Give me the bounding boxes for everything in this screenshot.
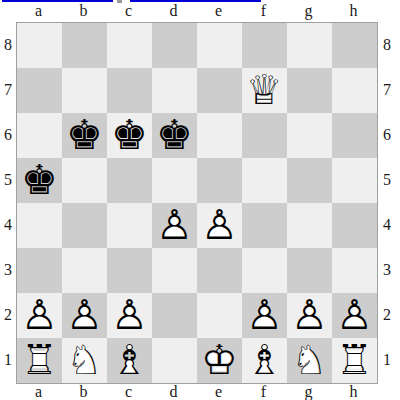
square-c8[interactable] xyxy=(107,23,152,68)
file-label-e: e xyxy=(196,2,241,20)
square-d6[interactable]: ♚ xyxy=(152,113,197,158)
white-pawn-icon: ♙ xyxy=(107,293,152,338)
square-f1[interactable]: ♝♗ xyxy=(242,338,287,383)
square-f8[interactable] xyxy=(242,23,287,68)
square-e8[interactable] xyxy=(197,23,242,68)
white-pawn-icon: ♙ xyxy=(242,293,287,338)
square-d1[interactable] xyxy=(152,338,197,383)
square-h1[interactable]: ♜♖ xyxy=(332,338,377,383)
square-a1[interactable]: ♜♖ xyxy=(17,338,62,383)
file-label-a: a xyxy=(16,2,61,20)
white-knight-icon: ♘ xyxy=(62,338,107,383)
square-c1[interactable]: ♝♗ xyxy=(107,338,152,383)
file-label-d: d xyxy=(151,383,196,400)
white-pawn-icon: ♙ xyxy=(197,203,242,248)
square-f4[interactable] xyxy=(242,203,287,248)
square-b3[interactable] xyxy=(62,248,107,293)
rank-label-2: 2 xyxy=(380,292,394,337)
file-label-a: a xyxy=(16,383,61,400)
rank-label-5: 5 xyxy=(1,157,15,202)
piece-black-king-d6[interactable]: ♚ xyxy=(152,113,197,158)
square-b2[interactable]: ♟♙ xyxy=(62,293,107,338)
piece-white-pawn-g2[interactable]: ♟♙ xyxy=(287,293,332,338)
rank-label-7: 7 xyxy=(380,67,394,112)
rank-labels-right: 87654321 xyxy=(380,22,394,382)
square-c3[interactable] xyxy=(107,248,152,293)
file-label-d: d xyxy=(151,2,196,20)
file-label-f: f xyxy=(241,383,286,400)
square-f7[interactable]: ♛♕ xyxy=(242,68,287,113)
rank-label-3: 3 xyxy=(1,247,15,292)
square-e6[interactable] xyxy=(197,113,242,158)
square-d2[interactable] xyxy=(152,293,197,338)
piece-white-pawn-f2[interactable]: ♟♙ xyxy=(242,293,287,338)
file-label-f: f xyxy=(241,2,286,20)
square-b4[interactable] xyxy=(62,203,107,248)
square-h4[interactable] xyxy=(332,203,377,248)
file-label-h: h xyxy=(331,2,376,20)
rank-label-4: 4 xyxy=(1,202,15,247)
square-e2[interactable] xyxy=(197,293,242,338)
square-a5[interactable]: ♚ xyxy=(17,158,62,203)
piece-white-queen-f7[interactable]: ♛♕ xyxy=(242,68,287,113)
square-e3[interactable] xyxy=(197,248,242,293)
piece-black-king-a5[interactable]: ♚ xyxy=(17,158,62,203)
rank-label-6: 6 xyxy=(380,112,394,157)
white-bishop-icon: ♗ xyxy=(107,338,152,383)
square-h5[interactable] xyxy=(332,158,377,203)
piece-white-king-e1[interactable]: ♚♔ xyxy=(197,338,242,383)
square-h2[interactable]: ♟♙ xyxy=(332,293,377,338)
white-rook-icon: ♖ xyxy=(332,338,377,383)
rank-label-1: 1 xyxy=(1,337,15,382)
white-pawn-icon: ♙ xyxy=(287,293,332,338)
square-b7[interactable] xyxy=(62,68,107,113)
file-label-c: c xyxy=(106,2,151,20)
rank-label-2: 2 xyxy=(1,292,15,337)
white-bishop-icon: ♗ xyxy=(242,338,287,383)
square-a7[interactable] xyxy=(17,68,62,113)
chess-board[interactable]: ♛♕♚♚♚♚♟♙♟♙♟♙♟♙♟♙♟♙♟♙♟♙♜♖♞♘♝♗♚♔♝♗♞♘♜♖ xyxy=(16,22,378,384)
rank-label-6: 6 xyxy=(1,112,15,157)
square-e1[interactable]: ♚♔ xyxy=(197,338,242,383)
piece-white-pawn-a2[interactable]: ♟♙ xyxy=(17,293,62,338)
rank-labels-left: 87654321 xyxy=(1,22,15,382)
black-king-icon: ♚ xyxy=(17,158,62,203)
square-a2[interactable]: ♟♙ xyxy=(17,293,62,338)
piece-white-rook-a1[interactable]: ♜♖ xyxy=(17,338,62,383)
square-a4[interactable] xyxy=(17,203,62,248)
chess-diagram-page: abcdefgh 87654321 ♛♕♚♚♚♚♟♙♟♙♟♙♟♙♟♙♟♙♟♙♟♙… xyxy=(0,0,400,400)
square-d4[interactable]: ♟♙ xyxy=(152,203,197,248)
square-a3[interactable] xyxy=(17,248,62,293)
file-label-e: e xyxy=(196,383,241,400)
square-e5[interactable] xyxy=(197,158,242,203)
square-c6[interactable]: ♚ xyxy=(107,113,152,158)
piece-white-bishop-f1[interactable]: ♝♗ xyxy=(242,338,287,383)
square-f3[interactable] xyxy=(242,248,287,293)
square-c5[interactable] xyxy=(107,158,152,203)
white-pawn-icon: ♙ xyxy=(62,293,107,338)
file-label-c: c xyxy=(106,383,151,400)
black-king-icon: ♚ xyxy=(107,113,152,158)
square-g1[interactable]: ♞♘ xyxy=(287,338,332,383)
square-a6[interactable] xyxy=(17,113,62,158)
piece-white-knight-b1[interactable]: ♞♘ xyxy=(62,338,107,383)
rank-label-4: 4 xyxy=(380,202,394,247)
piece-white-pawn-d4[interactable]: ♟♙ xyxy=(152,203,197,248)
white-king-icon: ♔ xyxy=(197,338,242,383)
white-pawn-icon: ♙ xyxy=(17,293,62,338)
rank-label-1: 1 xyxy=(380,337,394,382)
piece-white-rook-h1[interactable]: ♜♖ xyxy=(332,338,377,383)
piece-white-bishop-c1[interactable]: ♝♗ xyxy=(107,338,152,383)
file-labels-top: abcdefgh xyxy=(16,2,376,20)
file-label-b: b xyxy=(61,2,106,20)
square-g2[interactable]: ♟♙ xyxy=(287,293,332,338)
square-c4[interactable] xyxy=(107,203,152,248)
rank-label-5: 5 xyxy=(380,157,394,202)
white-pawn-icon: ♙ xyxy=(152,203,197,248)
file-label-g: g xyxy=(286,2,331,20)
rank-label-8: 8 xyxy=(380,22,394,67)
white-pawn-icon: ♙ xyxy=(332,293,377,338)
square-c7[interactable] xyxy=(107,68,152,113)
square-g4[interactable] xyxy=(287,203,332,248)
square-b5[interactable] xyxy=(62,158,107,203)
square-b1[interactable]: ♞♘ xyxy=(62,338,107,383)
piece-white-pawn-b2[interactable]: ♟♙ xyxy=(62,293,107,338)
square-g6[interactable] xyxy=(287,113,332,158)
piece-white-pawn-c2[interactable]: ♟♙ xyxy=(107,293,152,338)
white-rook-icon: ♖ xyxy=(17,338,62,383)
file-label-b: b xyxy=(61,383,106,400)
square-f6[interactable] xyxy=(242,113,287,158)
file-labels-bottom: abcdefgh xyxy=(16,383,376,400)
square-d8[interactable] xyxy=(152,23,197,68)
square-h8[interactable] xyxy=(332,23,377,68)
piece-black-king-b6[interactable]: ♚ xyxy=(62,113,107,158)
square-f2[interactable]: ♟♙ xyxy=(242,293,287,338)
square-d3[interactable] xyxy=(152,248,197,293)
white-knight-icon: ♘ xyxy=(287,338,332,383)
square-f5[interactable] xyxy=(242,158,287,203)
rank-label-8: 8 xyxy=(1,22,15,67)
square-d5[interactable] xyxy=(152,158,197,203)
black-king-icon: ♚ xyxy=(62,113,107,158)
white-queen-icon: ♕ xyxy=(242,68,287,113)
file-label-g: g xyxy=(286,383,331,400)
black-king-icon: ♚ xyxy=(152,113,197,158)
square-g5[interactable] xyxy=(287,158,332,203)
square-h7[interactable] xyxy=(332,68,377,113)
square-a8[interactable] xyxy=(17,23,62,68)
piece-black-king-c6[interactable]: ♚ xyxy=(107,113,152,158)
piece-white-pawn-h2[interactable]: ♟♙ xyxy=(332,293,377,338)
square-b8[interactable] xyxy=(62,23,107,68)
piece-white-pawn-e4[interactable]: ♟♙ xyxy=(197,203,242,248)
file-label-h: h xyxy=(331,383,376,400)
square-e7[interactable] xyxy=(197,68,242,113)
rank-label-7: 7 xyxy=(1,67,15,112)
square-c2[interactable]: ♟♙ xyxy=(107,293,152,338)
square-g8[interactable] xyxy=(287,23,332,68)
square-d7[interactable] xyxy=(152,68,197,113)
rank-label-3: 3 xyxy=(380,247,394,292)
square-h3[interactable] xyxy=(332,248,377,293)
square-g7[interactable] xyxy=(287,68,332,113)
square-g3[interactable] xyxy=(287,248,332,293)
square-e4[interactable]: ♟♙ xyxy=(197,203,242,248)
square-h6[interactable] xyxy=(332,113,377,158)
square-b6[interactable]: ♚ xyxy=(62,113,107,158)
piece-white-knight-g1[interactable]: ♞♘ xyxy=(287,338,332,383)
